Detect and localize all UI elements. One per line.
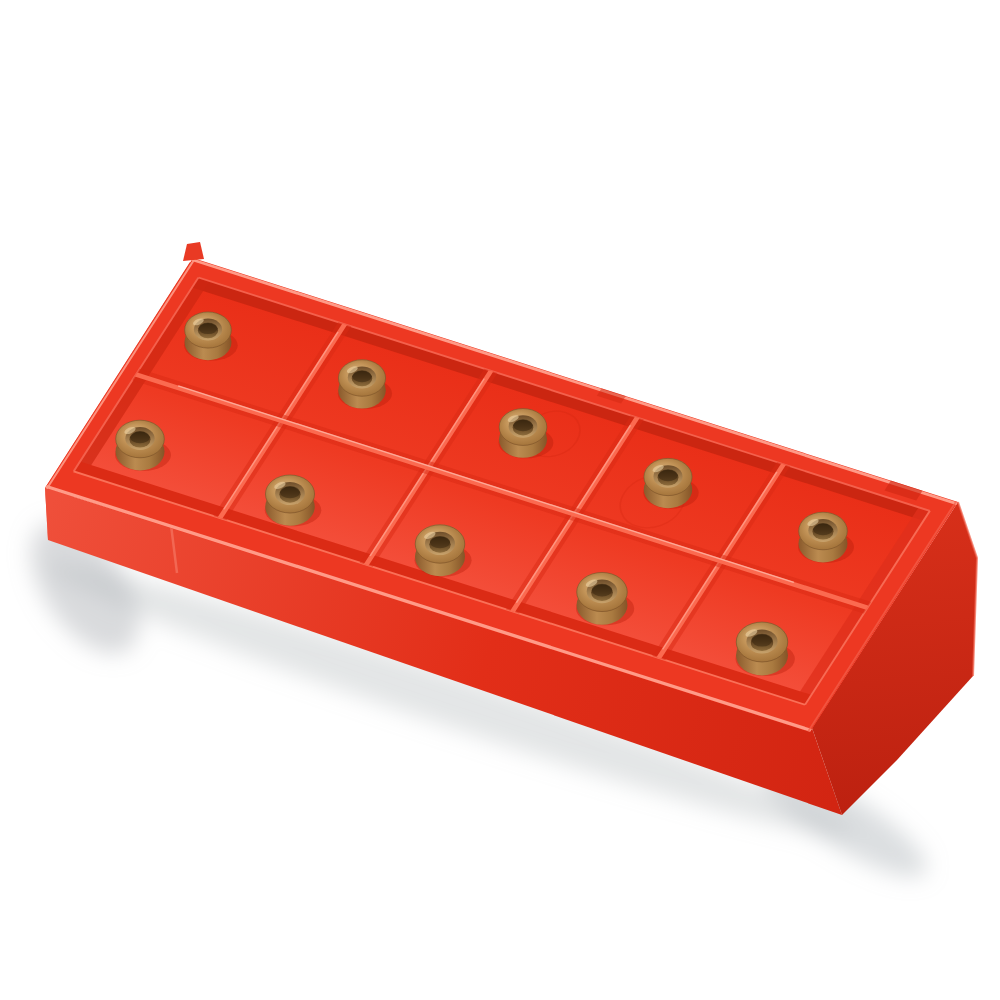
insert-bore-shadow bbox=[430, 536, 450, 548]
insert-bore-shadow bbox=[199, 322, 218, 334]
insert-bore-shadow bbox=[352, 370, 371, 382]
insert-bore-shadow bbox=[513, 419, 532, 431]
product-photo bbox=[0, 0, 1000, 1000]
insert-bore-shadow bbox=[813, 523, 833, 535]
insert-bore-shadow bbox=[280, 486, 300, 498]
scene-svg bbox=[0, 0, 1000, 1000]
insert-bore-shadow bbox=[752, 634, 773, 647]
insert-bore-shadow bbox=[592, 584, 612, 597]
insert-bore-shadow bbox=[658, 469, 677, 481]
insert-bore-shadow bbox=[130, 431, 150, 443]
